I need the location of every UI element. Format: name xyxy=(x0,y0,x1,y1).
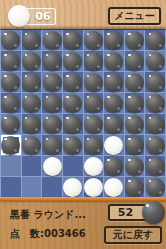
black-stone xyxy=(104,94,123,113)
cell-f2[interactable] xyxy=(104,51,124,71)
black-stone xyxy=(43,115,62,134)
cell-c3[interactable] xyxy=(42,72,62,92)
game-screen: 06 メニュー 黒番 ラウンド... 点 数:003466 52 元に戻す xyxy=(0,0,166,249)
cell-e3[interactable] xyxy=(84,72,104,92)
top-bar: 06 メニュー xyxy=(0,0,166,29)
black-stone xyxy=(125,157,144,176)
black-stone xyxy=(146,31,165,50)
cell-h3[interactable] xyxy=(145,72,165,92)
black-stone xyxy=(63,31,82,50)
black-stone xyxy=(22,115,41,134)
cell-f6[interactable] xyxy=(104,135,124,155)
cell-d4[interactable] xyxy=(63,93,83,113)
white-stone xyxy=(84,157,103,176)
cell-a8[interactable] xyxy=(1,177,21,197)
black-stone-icon xyxy=(142,201,165,224)
cell-g1[interactable] xyxy=(125,30,145,50)
black-stone xyxy=(146,136,165,155)
cell-h6[interactable] xyxy=(145,135,165,155)
cell-b1[interactable] xyxy=(22,30,42,50)
black-stone xyxy=(1,115,20,134)
white-stone xyxy=(104,136,123,155)
white-stone xyxy=(43,157,62,176)
black-stone xyxy=(63,115,82,134)
menu-button[interactable]: メニュー xyxy=(108,7,161,25)
cell-h7[interactable] xyxy=(145,156,165,176)
black-stone xyxy=(63,94,82,113)
black-stone xyxy=(1,94,20,113)
cell-g3[interactable] xyxy=(125,72,145,92)
black-stone xyxy=(22,94,41,113)
cell-h4[interactable] xyxy=(145,93,165,113)
black-stone xyxy=(63,136,82,155)
cell-e1[interactable] xyxy=(84,30,104,50)
black-stone xyxy=(125,31,144,50)
bottom-bar: 黒番 ラウンド... 点 数:003466 52 元に戻す xyxy=(0,201,166,249)
white-score-value: 06 xyxy=(35,10,50,23)
cell-b7[interactable] xyxy=(22,156,42,176)
black-stone xyxy=(146,52,165,71)
cell-g2[interactable] xyxy=(125,51,145,71)
cell-e4[interactable] xyxy=(84,93,104,113)
cell-f4[interactable] xyxy=(104,93,124,113)
cell-e2[interactable] xyxy=(84,51,104,71)
black-stone xyxy=(1,136,20,155)
cell-g8[interactable] xyxy=(125,177,145,197)
cell-g4[interactable] xyxy=(125,93,145,113)
black-stone xyxy=(146,115,165,134)
black-stone xyxy=(104,73,123,92)
cell-a2[interactable] xyxy=(1,51,21,71)
cell-d5[interactable] xyxy=(63,114,83,134)
cell-b2[interactable] xyxy=(22,51,42,71)
cell-b5[interactable] xyxy=(22,114,42,134)
cell-f3[interactable] xyxy=(104,72,124,92)
black-stone xyxy=(125,94,144,113)
black-stone xyxy=(104,31,123,50)
board xyxy=(0,29,166,197)
black-stone xyxy=(1,73,20,92)
undo-button[interactable]: 元に戻す xyxy=(104,226,162,244)
black-stone xyxy=(104,157,123,176)
cell-d1[interactable] xyxy=(63,30,83,50)
cell-c2[interactable] xyxy=(42,51,62,71)
cell-d7[interactable] xyxy=(63,156,83,176)
cell-e7[interactable] xyxy=(84,156,104,176)
cell-c7[interactable] xyxy=(42,156,62,176)
cell-a3[interactable] xyxy=(1,72,21,92)
black-stone xyxy=(43,52,62,71)
black-stone xyxy=(146,73,165,92)
cell-d3[interactable] xyxy=(63,72,83,92)
black-stone xyxy=(84,52,103,71)
black-stone xyxy=(43,94,62,113)
black-stone xyxy=(125,52,144,71)
black-stone xyxy=(1,52,20,71)
cell-a4[interactable] xyxy=(1,93,21,113)
white-stone xyxy=(63,178,82,197)
cell-c6[interactable] xyxy=(42,135,62,155)
black-stone xyxy=(22,73,41,92)
cell-a1[interactable] xyxy=(1,30,21,50)
black-stone xyxy=(63,73,82,92)
turn-status-text: 黒番 ラウンド... xyxy=(10,208,86,222)
black-stone xyxy=(125,136,144,155)
cell-d8[interactable] xyxy=(63,177,83,197)
cell-e5[interactable] xyxy=(84,114,104,134)
black-stone xyxy=(43,31,62,50)
white-stone-icon xyxy=(8,5,30,27)
cell-h8[interactable] xyxy=(145,177,165,197)
cell-c4[interactable] xyxy=(42,93,62,113)
cell-c1[interactable] xyxy=(42,30,62,50)
cell-e8[interactable] xyxy=(84,177,104,197)
black-stone xyxy=(43,73,62,92)
black-stone xyxy=(84,115,103,134)
cell-a6[interactable] xyxy=(1,135,21,155)
cell-d2[interactable] xyxy=(63,51,83,71)
score-text: 点 数:003466 xyxy=(10,227,86,241)
black-stone xyxy=(104,52,123,71)
black-stone xyxy=(104,115,123,134)
cell-h1[interactable] xyxy=(145,30,165,50)
cell-b6[interactable] xyxy=(22,135,42,155)
black-stone xyxy=(146,94,165,113)
black-stone xyxy=(125,73,144,92)
black-stone xyxy=(84,94,103,113)
cell-d6[interactable] xyxy=(63,135,83,155)
black-stone xyxy=(1,31,20,50)
white-stone xyxy=(104,178,123,197)
cell-c8[interactable] xyxy=(42,177,62,197)
cell-b8[interactable] xyxy=(22,177,42,197)
black-score-value: 52 xyxy=(118,206,133,219)
cell-c5[interactable] xyxy=(42,114,62,134)
cell-f7[interactable] xyxy=(104,156,124,176)
cell-g7[interactable] xyxy=(125,156,145,176)
black-stone xyxy=(84,136,103,155)
cell-f5[interactable] xyxy=(104,114,124,134)
cell-b3[interactable] xyxy=(22,72,42,92)
black-stone xyxy=(22,136,41,155)
black-stone xyxy=(125,115,144,134)
cell-a5[interactable] xyxy=(1,114,21,134)
black-stone xyxy=(22,52,41,71)
cell-h2[interactable] xyxy=(145,51,165,71)
cell-g6[interactable] xyxy=(125,135,145,155)
cell-e6[interactable] xyxy=(84,135,104,155)
black-stone xyxy=(22,31,41,50)
cell-b4[interactable] xyxy=(22,93,42,113)
white-stone xyxy=(84,178,103,197)
black-stone xyxy=(146,157,165,176)
cell-g5[interactable] xyxy=(125,114,145,134)
black-stone xyxy=(43,136,62,155)
cell-a7[interactable] xyxy=(1,156,21,176)
cell-f1[interactable] xyxy=(104,30,124,50)
black-stone xyxy=(63,52,82,71)
cell-f8[interactable] xyxy=(104,177,124,197)
black-stone xyxy=(84,31,103,50)
black-stone xyxy=(146,178,165,197)
black-stone xyxy=(84,73,103,92)
black-stone xyxy=(125,178,144,197)
cell-h5[interactable] xyxy=(145,114,165,134)
